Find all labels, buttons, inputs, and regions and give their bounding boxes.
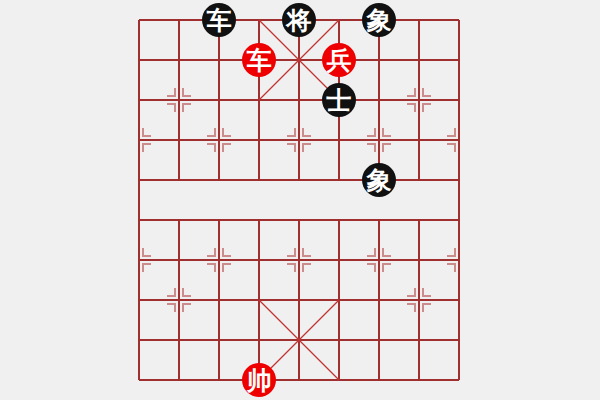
board-point[interactable] xyxy=(199,200,239,240)
board-point[interactable]: 将 xyxy=(279,0,319,40)
piece-black-elephant[interactable]: 象 xyxy=(362,3,396,37)
board-point[interactable] xyxy=(439,0,479,40)
board-point[interactable] xyxy=(239,280,279,320)
board-point[interactable] xyxy=(159,160,199,200)
board-point[interactable] xyxy=(119,280,159,320)
board-point[interactable] xyxy=(399,360,439,400)
board-point[interactable] xyxy=(119,200,159,240)
board-point[interactable] xyxy=(279,240,319,280)
piece-black-elephant[interactable]: 象 xyxy=(362,163,396,197)
board-point[interactable]: 帅 xyxy=(239,360,279,400)
board-point[interactable] xyxy=(159,360,199,400)
board-point[interactable] xyxy=(239,160,279,200)
board-point[interactable] xyxy=(119,360,159,400)
board-point[interactable]: 象 xyxy=(359,160,399,200)
board-point[interactable] xyxy=(399,160,439,200)
board-point[interactable] xyxy=(399,80,439,120)
board-point[interactable] xyxy=(239,240,279,280)
board-point[interactable] xyxy=(199,240,239,280)
board-point[interactable]: 象 xyxy=(359,0,399,40)
piece-black-general[interactable]: 将 xyxy=(282,3,316,37)
board-point[interactable] xyxy=(239,0,279,40)
board-point[interactable] xyxy=(199,120,239,160)
board-point[interactable] xyxy=(399,240,439,280)
board-point[interactable] xyxy=(319,360,359,400)
board-point[interactable] xyxy=(439,240,479,280)
board-point[interactable] xyxy=(319,280,359,320)
board-point[interactable] xyxy=(359,120,399,160)
board-point[interactable] xyxy=(319,320,359,360)
board-point[interactable] xyxy=(119,320,159,360)
board-point[interactable] xyxy=(199,160,239,200)
board-point[interactable] xyxy=(399,200,439,240)
board-point[interactable] xyxy=(239,120,279,160)
board-point[interactable] xyxy=(279,280,319,320)
board-point[interactable] xyxy=(439,40,479,80)
board-point[interactable] xyxy=(319,240,359,280)
board-point[interactable]: 士 xyxy=(319,80,359,120)
board-point[interactable] xyxy=(119,40,159,80)
board-point[interactable] xyxy=(319,0,359,40)
board-point[interactable] xyxy=(159,0,199,40)
board-point[interactable] xyxy=(399,40,439,80)
board-point[interactable] xyxy=(359,280,399,320)
board-point[interactable] xyxy=(359,360,399,400)
board-point[interactable] xyxy=(279,120,319,160)
board-point[interactable] xyxy=(439,320,479,360)
piece-black-advisor[interactable]: 士 xyxy=(322,83,356,117)
board-point[interactable]: 车 xyxy=(239,40,279,80)
board-point[interactable] xyxy=(199,40,239,80)
piece-black-chariot[interactable]: 车 xyxy=(202,3,236,37)
board-point[interactable] xyxy=(319,120,359,160)
board-point[interactable] xyxy=(119,120,159,160)
board-point[interactable] xyxy=(239,200,279,240)
board-point[interactable] xyxy=(119,240,159,280)
board-point[interactable] xyxy=(399,280,439,320)
board-point[interactable] xyxy=(119,80,159,120)
board-point[interactable] xyxy=(399,320,439,360)
board-point[interactable] xyxy=(439,120,479,160)
board-point[interactable] xyxy=(159,240,199,280)
board-point[interactable] xyxy=(119,0,159,40)
board-point[interactable] xyxy=(359,320,399,360)
board-point[interactable]: 兵 xyxy=(319,40,359,80)
board-point[interactable] xyxy=(439,200,479,240)
board-point[interactable] xyxy=(439,80,479,120)
board-point[interactable] xyxy=(199,320,239,360)
board-point[interactable] xyxy=(279,360,319,400)
board-point[interactable] xyxy=(279,80,319,120)
board-point[interactable] xyxy=(279,160,319,200)
board-point[interactable] xyxy=(279,40,319,80)
board-point[interactable] xyxy=(159,80,199,120)
piece-red-soldier[interactable]: 兵 xyxy=(322,43,356,77)
xiangqi-board[interactable]: 车将象车兵士象帅 xyxy=(119,0,479,400)
board-point[interactable] xyxy=(439,160,479,200)
board-point[interactable] xyxy=(159,200,199,240)
board-point[interactable] xyxy=(119,160,159,200)
board-point[interactable] xyxy=(359,240,399,280)
board-point[interactable] xyxy=(399,0,439,40)
board-point[interactable] xyxy=(159,120,199,160)
board-point[interactable] xyxy=(159,40,199,80)
board-point[interactable] xyxy=(359,200,399,240)
board-point[interactable] xyxy=(439,280,479,320)
board-point[interactable] xyxy=(199,280,239,320)
board-point[interactable] xyxy=(159,320,199,360)
board-point[interactable] xyxy=(159,280,199,320)
piece-red-chariot[interactable]: 车 xyxy=(242,43,276,77)
board-point[interactable] xyxy=(239,320,279,360)
board-point[interactable] xyxy=(439,360,479,400)
board-point[interactable] xyxy=(279,200,319,240)
board-point[interactable] xyxy=(399,120,439,160)
board-point[interactable] xyxy=(239,80,279,120)
xiangqi-app: 车将象车兵士象帅 xyxy=(0,0,600,400)
board-point[interactable] xyxy=(279,320,319,360)
board-point[interactable] xyxy=(359,40,399,80)
board-point[interactable] xyxy=(199,80,239,120)
board-point[interactable] xyxy=(359,80,399,120)
board-point[interactable] xyxy=(319,160,359,200)
board-point[interactable]: 车 xyxy=(199,0,239,40)
board-point[interactable] xyxy=(319,200,359,240)
board-point[interactable] xyxy=(199,360,239,400)
piece-red-general[interactable]: 帅 xyxy=(242,363,276,397)
